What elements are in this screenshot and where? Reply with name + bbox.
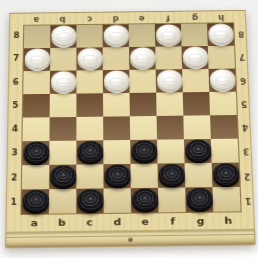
white-checker-glyph: ⛀ <box>187 48 203 64</box>
square-h4[interactable] <box>210 115 238 139</box>
black-checker-g3[interactable]: ⛂ <box>185 139 211 160</box>
black-checker-glyph: ⛂ <box>217 165 234 182</box>
white-checker-f8[interactable]: ⛀ <box>155 24 181 44</box>
white-checker-e7[interactable]: ⛀ <box>130 47 156 67</box>
square-g1[interactable]: ⛂ <box>185 187 213 212</box>
square-f7[interactable] <box>155 46 182 69</box>
black-checker-f2[interactable]: ⛂ <box>158 163 184 184</box>
square-b5[interactable] <box>50 94 77 118</box>
rank-label-right-2: 2 <box>240 163 255 188</box>
square-d5[interactable] <box>103 93 130 117</box>
square-f2[interactable]: ⛂ <box>158 163 186 188</box>
white-checker-d8[interactable]: ⛀ <box>103 24 128 44</box>
white-checker-glyph: ⛀ <box>214 71 230 88</box>
black-checker-glyph: ⛂ <box>136 190 152 208</box>
square-b1[interactable] <box>49 189 76 214</box>
rank-label-right-7: 7 <box>235 45 249 68</box>
file-label-top-e: e <box>129 14 155 22</box>
square-e7[interactable]: ⛀ <box>129 47 156 70</box>
square-c2[interactable] <box>76 164 103 189</box>
white-checker-glyph: ⛀ <box>82 49 98 65</box>
black-checker-glyph: ⛂ <box>189 141 206 158</box>
rank-label-right-6: 6 <box>236 68 250 91</box>
square-b4[interactable] <box>49 117 76 141</box>
square-h1[interactable] <box>212 187 240 212</box>
square-h6[interactable]: ⛀ <box>209 69 236 92</box>
square-b6[interactable]: ⛀ <box>50 70 77 93</box>
black-checker-e1[interactable]: ⛂ <box>131 188 157 210</box>
board-front-edge <box>5 230 256 249</box>
white-checker-glyph: ⛀ <box>56 27 72 43</box>
square-e4[interactable] <box>130 116 157 140</box>
square-a2[interactable] <box>22 165 49 190</box>
black-checker-glyph: ⛂ <box>109 166 125 183</box>
white-checker-glyph: ⛀ <box>29 50 45 66</box>
square-g5[interactable] <box>183 92 210 116</box>
file-label-top-c: c <box>76 15 102 23</box>
rank-label-left-2: 2 <box>7 166 21 191</box>
square-d1[interactable] <box>104 188 132 213</box>
square-c5[interactable] <box>76 93 103 117</box>
rank-label-right-5: 5 <box>237 91 251 115</box>
square-c7[interactable]: ⛀ <box>76 47 102 70</box>
square-d8[interactable]: ⛀ <box>103 24 129 47</box>
square-a1[interactable]: ⛂ <box>22 189 50 214</box>
square-h2[interactable]: ⛂ <box>212 163 240 188</box>
white-checker-glyph: ⛀ <box>108 72 124 89</box>
black-checker-a1[interactable]: ⛂ <box>22 189 48 211</box>
black-checker-glyph: ⛂ <box>27 191 43 209</box>
square-a8[interactable] <box>24 25 50 48</box>
black-checker-d2[interactable]: ⛂ <box>104 164 130 186</box>
square-g3[interactable]: ⛂ <box>184 139 212 163</box>
rank-label-left-1: 1 <box>7 190 21 215</box>
file-labels-bottom: abcdefgh <box>20 212 242 231</box>
square-c6[interactable] <box>76 70 103 93</box>
black-checker-c1[interactable]: ⛂ <box>77 188 103 210</box>
rank-label-right-3: 3 <box>239 139 253 163</box>
file-label-bottom-f: f <box>159 216 187 226</box>
white-checker-b6[interactable]: ⛀ <box>50 70 75 91</box>
white-checker-c7[interactable]: ⛀ <box>77 47 102 67</box>
square-a5[interactable] <box>23 94 50 118</box>
black-checker-glyph: ⛂ <box>82 142 98 159</box>
square-e5[interactable] <box>130 93 157 117</box>
rank-label-left-7: 7 <box>9 48 23 71</box>
black-checker-e3[interactable]: ⛂ <box>131 140 157 161</box>
square-g2[interactable] <box>185 163 213 188</box>
black-checker-glyph: ⛂ <box>163 165 179 182</box>
square-d3[interactable] <box>103 140 130 164</box>
rank-label-right-4: 4 <box>238 115 252 139</box>
square-h7[interactable] <box>208 46 235 69</box>
board-corner <box>10 14 23 25</box>
file-label-bottom-a: a <box>20 218 48 228</box>
black-checker-g1[interactable]: ⛂ <box>186 187 213 209</box>
board-surface: abcdefgh 87654321 ⛀⛀⛀⛀⛀⛀⛀⛀⛀⛀⛀⛀⛂⛂⛂⛂⛂⛂⛂⛂⛂⛂… <box>5 10 255 233</box>
square-e6[interactable] <box>129 70 156 93</box>
square-d2[interactable]: ⛂ <box>103 164 130 189</box>
rank-label-left-6: 6 <box>9 71 23 95</box>
square-c1[interactable]: ⛂ <box>76 188 103 213</box>
rank-label-right-8: 8 <box>234 22 248 45</box>
file-label-top-h: h <box>208 13 235 21</box>
white-checker-f6[interactable]: ⛀ <box>156 69 182 90</box>
black-checker-glyph: ⛂ <box>55 167 71 184</box>
file-label-bottom-h: h <box>214 216 242 226</box>
square-g4[interactable] <box>183 115 211 139</box>
square-f3[interactable] <box>157 139 185 163</box>
checkers-board: abcdefgh 87654321 ⛀⛀⛀⛀⛀⛀⛀⛀⛀⛀⛀⛀⛂⛂⛂⛂⛂⛂⛂⛂⛂⛂… <box>5 10 256 248</box>
square-e8[interactable] <box>129 24 156 47</box>
white-checker-a7[interactable]: ⛀ <box>24 48 49 68</box>
rank-label-left-4: 4 <box>8 118 22 142</box>
square-b7[interactable] <box>50 48 76 71</box>
square-f8[interactable]: ⛀ <box>155 24 182 47</box>
file-label-top-d: d <box>102 14 128 22</box>
square-c3[interactable]: ⛂ <box>76 140 103 164</box>
white-checker-b8[interactable]: ⛀ <box>51 25 76 45</box>
square-b8[interactable]: ⛀ <box>50 25 76 48</box>
square-h8[interactable]: ⛀ <box>207 23 234 46</box>
square-c8[interactable] <box>76 25 102 48</box>
rank-label-left-3: 3 <box>8 142 22 166</box>
white-checker-h6[interactable]: ⛀ <box>209 69 235 90</box>
black-checker-a3[interactable]: ⛂ <box>23 141 49 162</box>
white-checker-g7[interactable]: ⛀ <box>182 46 208 66</box>
square-a6[interactable] <box>23 71 50 94</box>
square-a3[interactable]: ⛂ <box>22 141 49 165</box>
white-checker-glyph: ⛀ <box>212 25 228 41</box>
file-label-bottom-b: b <box>48 218 76 228</box>
white-checker-glyph: ⛀ <box>161 71 177 88</box>
black-checker-b2[interactable]: ⛂ <box>50 165 76 187</box>
black-checker-glyph: ⛂ <box>191 189 208 207</box>
white-checker-glyph: ⛀ <box>160 26 176 42</box>
white-checker-glyph: ⛀ <box>134 49 150 65</box>
file-label-bottom-e: e <box>131 217 159 227</box>
black-checker-glyph: ⛂ <box>28 143 44 160</box>
square-f6[interactable]: ⛀ <box>156 69 183 92</box>
square-d6[interactable]: ⛀ <box>103 70 130 93</box>
board-corner <box>6 215 20 232</box>
rank-label-right-1: 1 <box>241 187 256 212</box>
file-label-top-f: f <box>155 14 182 22</box>
square-e3[interactable]: ⛂ <box>130 140 157 164</box>
square-b3[interactable] <box>49 141 76 165</box>
white-checker-h8[interactable]: ⛀ <box>208 23 234 43</box>
white-checker-d6[interactable]: ⛀ <box>103 70 129 91</box>
square-f4[interactable] <box>157 116 184 140</box>
file-label-top-g: g <box>181 13 208 21</box>
square-f1[interactable] <box>158 187 186 212</box>
file-label-top-b: b <box>50 15 76 23</box>
black-checker-glyph: ⛂ <box>136 142 152 159</box>
photo-backdrop: abcdefgh 87654321 ⛀⛀⛀⛀⛀⛀⛀⛀⛀⛀⛀⛀⛂⛂⛂⛂⛂⛂⛂⛂⛂⛂… <box>0 0 258 258</box>
file-label-bottom-c: c <box>76 217 104 227</box>
hinge-screw <box>128 237 133 241</box>
square-c4[interactable] <box>76 117 103 141</box>
square-g8[interactable] <box>181 23 208 46</box>
file-label-bottom-d: d <box>103 217 131 227</box>
file-label-top-a: a <box>23 15 49 23</box>
square-h3[interactable] <box>211 139 239 163</box>
rank-label-left-5: 5 <box>8 94 22 118</box>
square-f5[interactable] <box>156 92 183 116</box>
black-checker-h2[interactable]: ⛂ <box>212 163 239 184</box>
square-b2[interactable]: ⛂ <box>49 165 76 190</box>
square-g7[interactable]: ⛀ <box>182 46 209 69</box>
white-checker-glyph: ⛀ <box>108 26 124 42</box>
board-corner <box>242 212 256 229</box>
square-e2[interactable] <box>130 164 158 189</box>
square-h5[interactable] <box>209 92 237 116</box>
white-checker-glyph: ⛀ <box>55 72 71 89</box>
square-d4[interactable] <box>103 116 130 140</box>
square-g6[interactable] <box>182 69 209 92</box>
square-e1[interactable]: ⛂ <box>131 188 159 213</box>
file-label-bottom-g: g <box>187 216 215 226</box>
square-a7[interactable]: ⛀ <box>24 48 51 71</box>
black-checker-c3[interactable]: ⛂ <box>77 140 103 161</box>
black-checker-glyph: ⛂ <box>82 191 98 209</box>
square-a4[interactable] <box>23 117 50 141</box>
board-grid: ⛀⛀⛀⛀⛀⛀⛀⛀⛀⛀⛀⛀⛂⛂⛂⛂⛂⛂⛂⛂⛂⛂⛂⛂ <box>20 22 241 215</box>
board-corner <box>234 11 247 22</box>
rank-label-left-8: 8 <box>10 25 23 48</box>
square-d7[interactable] <box>103 47 130 70</box>
